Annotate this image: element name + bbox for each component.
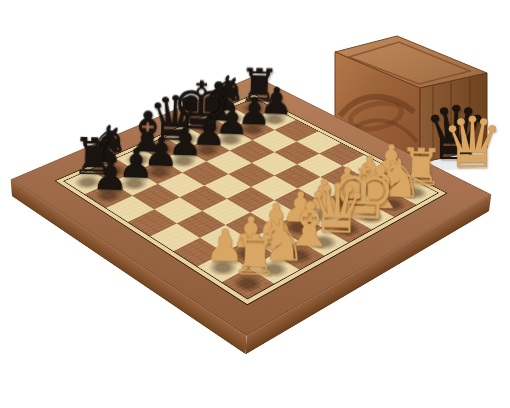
white-rook: ♜: [230, 227, 268, 284]
square-a5: [128, 209, 177, 236]
board-scene: ♜♟♟♜♞♟♟♞♝♟♟♝♚♟♟♚♛♟♟♛♝♟♟♝♞♟♟♞♜♟♟♜: [76, 12, 427, 363]
chessboard: ♜♟♟♜♞♟♟♞♝♟♟♝♚♟♟♚♛♟♟♛♝♟♟♝♞♟♟♞♜♟♟♜: [76, 12, 427, 363]
square-a1: ♜: [222, 268, 274, 298]
board-frame: ♜♟♟♜♞♟♟♞♝♟♟♝♚♟♟♚♛♟♟♛♝♟♟♝♞♟♟♞♜♟♟♜: [11, 76, 492, 336]
black-pawn: ♟: [92, 154, 127, 196]
page-root: ♛ ♛ ♜♟♟♜♞♟♟♞♝♟♟♝♚♟♟♚♛♟♟♛♝♟♟♝♞♟♟♞♜♟♟♜: [0, 0, 510, 408]
extra-white-queen: ♛: [441, 108, 504, 178]
